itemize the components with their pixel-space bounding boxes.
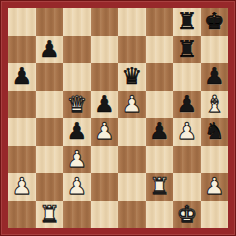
square-b5[interactable] [36,91,64,119]
square-g5[interactable]: ♟ [173,91,201,119]
piece-black-knight[interactable]: ♞ [204,118,225,146]
piece-white-pawn[interactable]: ♟ [11,173,32,201]
square-e1[interactable] [118,201,146,229]
square-a7[interactable] [8,36,36,64]
square-b4[interactable] [36,118,64,146]
square-b3[interactable] [36,146,64,174]
square-b6[interactable] [36,63,64,91]
square-d1[interactable] [91,201,119,229]
square-c1[interactable] [63,201,91,229]
piece-white-pawn[interactable]: ♟ [94,118,115,146]
square-b1[interactable]: ♜ [36,201,64,229]
square-a4[interactable] [8,118,36,146]
piece-white-king[interactable]: ♚ [176,201,197,229]
square-d7[interactable] [91,36,119,64]
square-c8[interactable] [63,8,91,36]
square-a1[interactable] [8,201,36,229]
piece-black-rook[interactable]: ♜ [176,36,197,64]
square-d5[interactable]: ♟ [91,91,119,119]
square-g6[interactable] [173,63,201,91]
square-g3[interactable] [173,146,201,174]
square-f3[interactable] [146,146,174,174]
piece-black-rook[interactable]: ♜ [176,8,197,36]
square-g2[interactable] [173,173,201,201]
square-d2[interactable] [91,173,119,201]
square-g1[interactable]: ♚ [173,201,201,229]
square-g4[interactable]: ♟ [173,118,201,146]
piece-black-pawn[interactable]: ♟ [39,36,60,64]
square-h5[interactable]: ♝ [201,91,229,119]
square-e5[interactable]: ♟ [118,91,146,119]
square-h7[interactable] [201,36,229,64]
piece-black-pawn[interactable]: ♟ [176,91,197,119]
chess-board: ♜♚♟♜♟♛♟♛♟♟♟♝♟♟♟♟♞♟♟♟♜♟♜♚ [8,8,228,228]
piece-black-pawn[interactable]: ♟ [204,63,225,91]
square-c6[interactable] [63,63,91,91]
piece-black-king[interactable]: ♚ [204,8,225,36]
square-d4[interactable]: ♟ [91,118,119,146]
square-h1[interactable] [201,201,229,229]
square-f1[interactable] [146,201,174,229]
piece-white-pawn[interactable]: ♟ [66,146,87,174]
square-f4[interactable]: ♟ [146,118,174,146]
square-a3[interactable] [8,146,36,174]
board-frame: ♜♚♟♜♟♛♟♛♟♟♟♝♟♟♟♟♞♟♟♟♜♟♜♚ [0,0,236,236]
piece-white-rook[interactable]: ♜ [39,201,60,229]
square-e3[interactable] [118,146,146,174]
piece-black-queen[interactable]: ♛ [121,63,142,91]
square-c4[interactable]: ♟ [63,118,91,146]
square-d6[interactable] [91,63,119,91]
square-c2[interactable]: ♟ [63,173,91,201]
square-f5[interactable] [146,91,174,119]
piece-black-pawn[interactable]: ♟ [149,118,170,146]
square-f7[interactable] [146,36,174,64]
square-g7[interactable]: ♜ [173,36,201,64]
square-a5[interactable] [8,91,36,119]
piece-white-pawn[interactable]: ♟ [204,173,225,201]
square-h4[interactable]: ♞ [201,118,229,146]
square-a6[interactable]: ♟ [8,63,36,91]
square-c3[interactable]: ♟ [63,146,91,174]
square-h8[interactable]: ♚ [201,8,229,36]
square-h3[interactable] [201,146,229,174]
square-a8[interactable] [8,8,36,36]
piece-white-rook[interactable]: ♜ [149,173,170,201]
square-e8[interactable] [118,8,146,36]
square-b2[interactable] [36,173,64,201]
piece-black-pawn[interactable]: ♟ [66,118,87,146]
square-e7[interactable] [118,36,146,64]
square-c7[interactable] [63,36,91,64]
square-e6[interactable]: ♛ [118,63,146,91]
square-d3[interactable] [91,146,119,174]
piece-black-pawn[interactable]: ♟ [11,63,32,91]
square-f2[interactable]: ♜ [146,173,174,201]
square-d8[interactable] [91,8,119,36]
piece-white-pawn[interactable]: ♟ [121,91,142,119]
square-g8[interactable]: ♜ [173,8,201,36]
square-a2[interactable]: ♟ [8,173,36,201]
piece-white-pawn[interactable]: ♟ [66,173,87,201]
square-h6[interactable]: ♟ [201,63,229,91]
square-b8[interactable] [36,8,64,36]
square-h2[interactable]: ♟ [201,173,229,201]
piece-white-queen[interactable]: ♛ [66,91,87,119]
square-f8[interactable] [146,8,174,36]
square-e2[interactable] [118,173,146,201]
square-f6[interactable] [146,63,174,91]
piece-white-pawn[interactable]: ♟ [176,118,197,146]
square-e4[interactable] [118,118,146,146]
square-b7[interactable]: ♟ [36,36,64,64]
piece-white-bishop[interactable]: ♝ [204,91,225,119]
square-c5[interactable]: ♛ [63,91,91,119]
piece-black-pawn[interactable]: ♟ [94,91,115,119]
